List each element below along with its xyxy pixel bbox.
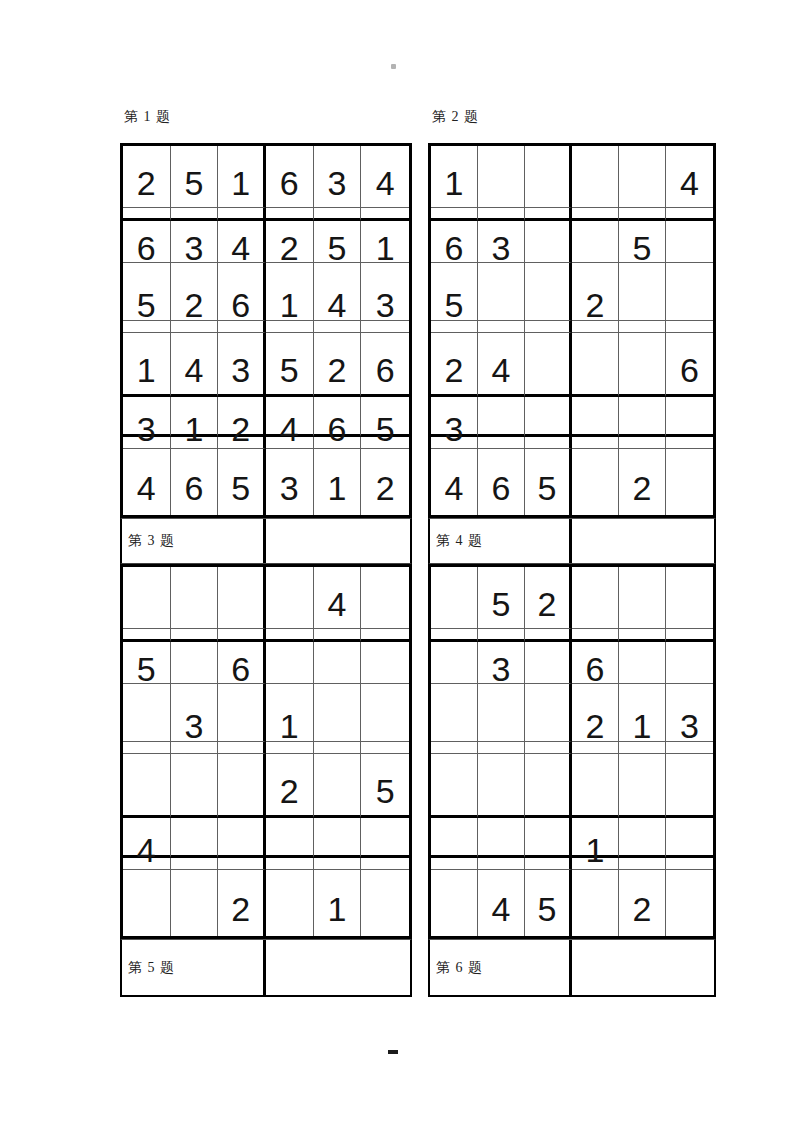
sudoku-cell: 5: [525, 870, 572, 936]
sudoku-cell: 3: [314, 146, 362, 208]
sudoku-cell: [619, 818, 666, 858]
sudoku-cell: [525, 146, 572, 208]
sudoku-cell: [361, 567, 409, 629]
cell-digit: 5: [137, 652, 156, 686]
sudoku-cell: 1: [266, 263, 314, 321]
cell-digit: 2: [231, 892, 250, 926]
sudoku-cell: 4: [123, 449, 171, 515]
spacer-cell: [218, 208, 266, 221]
sudoku-cell: [431, 684, 478, 742]
sudoku-cell: [572, 146, 619, 208]
sudoku-cell: [619, 397, 666, 437]
spacer-cell: [266, 858, 314, 870]
sudoku-cell: 4: [478, 333, 525, 397]
sudoku-cell: 5: [123, 263, 171, 321]
puzzle-2-label: 第 2 题: [432, 108, 716, 126]
spacer-cell: [619, 208, 666, 221]
puzzle-6-label: 第 6 题: [436, 959, 483, 977]
sudoku-cell: 3: [361, 263, 409, 321]
spacer-cell: [361, 629, 409, 642]
cell-digit: 4: [328, 587, 347, 621]
sudoku-cell: [525, 642, 572, 684]
cell-digit: 2: [538, 587, 557, 621]
spacer-cell: [666, 437, 713, 449]
sudoku-cell: [123, 754, 171, 818]
spacer-cell: [478, 321, 525, 333]
sudoku-cell: [666, 642, 713, 684]
sudoku-cell: 6: [431, 221, 478, 263]
sudoku-cell: 3: [171, 221, 219, 263]
cell-digit: 3: [137, 412, 156, 446]
spacer-cell: [171, 208, 219, 221]
spacer-cell: [431, 208, 478, 221]
spacer-cell: [314, 858, 362, 870]
sudoku-cell: [266, 567, 314, 629]
cell-digit: 5: [633, 231, 652, 265]
sudoku-cell: [478, 684, 525, 742]
sudoku-cell: [572, 754, 619, 818]
sudoku-cell: [619, 146, 666, 208]
spacer-cell: [266, 208, 314, 221]
cell-digit: 6: [137, 231, 156, 265]
sudoku-cell: [314, 754, 362, 818]
puzzle-1-label: 第 1 题: [124, 108, 412, 126]
spacer-cell: [619, 437, 666, 449]
sudoku-board-3: 4563125421: [120, 564, 412, 939]
cell-digit: 1: [231, 166, 250, 200]
cell-digit: 3: [185, 231, 204, 265]
sudoku-cell: 6: [218, 263, 266, 321]
cell-digit: 2: [137, 166, 156, 200]
cell-digit: 4: [185, 353, 204, 387]
sudoku-cell: [314, 818, 362, 858]
sudoku-cell: [525, 333, 572, 397]
sudoku-cell: 1: [619, 684, 666, 742]
cell-digit: 6: [586, 652, 605, 686]
spacer-cell: [525, 858, 572, 870]
sudoku-cell: 3: [478, 221, 525, 263]
puzzle-3-label-box: 第 3 题: [120, 518, 412, 564]
puzzle-5-label-box: 第 5 题: [120, 939, 412, 997]
puzzle-4-label: 第 4 题: [436, 532, 483, 550]
spacer-cell: [525, 321, 572, 333]
cell-digit: 6: [445, 231, 464, 265]
sudoku-cell: [123, 870, 171, 936]
sudoku-cell: [361, 870, 409, 936]
cell-digit: 1: [376, 231, 395, 265]
sudoku-cell: 6: [218, 642, 266, 684]
sudoku-cell: 2: [218, 397, 266, 437]
spacer-cell: [431, 858, 478, 870]
sudoku-cell: 5: [361, 754, 409, 818]
sudoku-cell: 4: [666, 146, 713, 208]
sudoku-cell: 2: [619, 870, 666, 936]
cell-digit: 2: [633, 471, 652, 505]
sudoku-cell: [218, 567, 266, 629]
sudoku-cell: [619, 263, 666, 321]
sudoku-cell: [666, 397, 713, 437]
puzzle-4-label-box-right: [572, 519, 714, 563]
sudoku-cell: 2: [572, 684, 619, 742]
sudoku-cell: 2: [525, 567, 572, 629]
sudoku-cell: 1: [314, 870, 362, 936]
spacer-cell: [619, 629, 666, 642]
cell-digit: 2: [376, 471, 395, 505]
sudoku-cell: 6: [478, 449, 525, 515]
cell-digit: 1: [328, 471, 347, 505]
cell-digit: 1: [445, 166, 464, 200]
cell-digit: 5: [538, 471, 557, 505]
sudoku-cell: 5: [266, 333, 314, 397]
cell-digit: 3: [680, 709, 699, 743]
sudoku-cell: [171, 818, 219, 858]
sudoku-cell: 6: [666, 333, 713, 397]
sudoku-cell: 5: [361, 397, 409, 437]
spacer-cell: [218, 629, 266, 642]
puzzle-4-label-box: 第 4 题: [428, 518, 716, 564]
sudoku-cell: [123, 684, 171, 742]
left-column: 第 1 题 2516346342515261431435263124654653…: [120, 108, 412, 997]
spacer-cell: [361, 208, 409, 221]
sudoku-cell: [525, 263, 572, 321]
sudoku-cell: [478, 397, 525, 437]
sudoku-cell: [666, 449, 713, 515]
cell-digit: 5: [445, 288, 464, 322]
sudoku-cell: 4: [431, 449, 478, 515]
sudoku-cell: 3: [218, 333, 266, 397]
sudoku-cell: 3: [666, 684, 713, 742]
cell-digit: 5: [185, 166, 204, 200]
sudoku-cell: 3: [266, 449, 314, 515]
cell-digit: 3: [492, 652, 511, 686]
puzzle-6-label-cell: 第 6 题: [430, 940, 572, 995]
cell-digit: 5: [280, 353, 299, 387]
page-artifact-dot: [391, 64, 396, 69]
sudoku-cell: [431, 870, 478, 936]
cell-digit: 5: [328, 231, 347, 265]
sudoku-cell: 3: [478, 642, 525, 684]
sudoku-cell: [478, 818, 525, 858]
cell-digit: 4: [492, 892, 511, 926]
sudoku-cell: [314, 642, 362, 684]
spacer-cell: [218, 742, 266, 754]
sudoku-cell: 4: [314, 263, 362, 321]
sudoku-cell: 1: [266, 684, 314, 742]
spacer-cell: [361, 858, 409, 870]
spacer-cell: [123, 742, 171, 754]
sudoku-board-2: 146355224634652: [428, 143, 716, 518]
sudoku-cell: [572, 449, 619, 515]
cell-digit: 5: [492, 587, 511, 621]
cell-digit: 6: [280, 166, 299, 200]
sudoku-cell: [619, 642, 666, 684]
spacer-cell: [478, 858, 525, 870]
sudoku-cell: [123, 567, 171, 629]
sudoku-cell: [171, 642, 219, 684]
sudoku-cell: [218, 818, 266, 858]
cell-digit: 3: [328, 166, 347, 200]
sudoku-cell: [266, 818, 314, 858]
sudoku-cell: 5: [525, 449, 572, 515]
sudoku-cell: 5: [218, 449, 266, 515]
sudoku-cell: 4: [478, 870, 525, 936]
spacer-cell: [314, 629, 362, 642]
sudoku-cell: [431, 567, 478, 629]
sudoku-cell: 3: [431, 397, 478, 437]
cell-digit: 2: [280, 231, 299, 265]
sudoku-cell: 3: [123, 397, 171, 437]
sudoku-cell: [572, 333, 619, 397]
sudoku-cell: [525, 754, 572, 818]
cell-digit: 4: [492, 353, 511, 387]
puzzle-3-label-cell: 第 3 题: [122, 519, 266, 563]
spacer-cell: [525, 629, 572, 642]
sudoku-cell: 4: [266, 397, 314, 437]
spacer-cell: [666, 208, 713, 221]
sudoku-cell: [171, 754, 219, 818]
sudoku-cell: [666, 818, 713, 858]
spacer-cell: [619, 858, 666, 870]
cell-digit: 2: [633, 892, 652, 926]
sudoku-cell: 2: [572, 263, 619, 321]
cell-digit: 4: [231, 231, 250, 265]
sudoku-cell: 6: [572, 642, 619, 684]
sudoku-board-1: 251634634251526143143526312465465312: [120, 143, 412, 518]
puzzle-5-label-cell: 第 5 题: [122, 940, 266, 995]
sudoku-cell: 2: [361, 449, 409, 515]
sudoku-cell: 4: [314, 567, 362, 629]
cell-digit: 3: [280, 471, 299, 505]
cell-digit: 3: [185, 709, 204, 743]
spacer-cell: [525, 742, 572, 754]
sudoku-cell: 2: [218, 870, 266, 936]
cell-digit: 2: [280, 774, 299, 808]
sudoku-cell: 2: [619, 449, 666, 515]
sudoku-cell: [666, 567, 713, 629]
puzzle-5-label-box-right: [266, 940, 410, 995]
puzzle-3-label-box-right: [266, 519, 410, 563]
cell-digit: 6: [231, 652, 250, 686]
sudoku-cell: [171, 567, 219, 629]
sudoku-cell: [572, 870, 619, 936]
cell-digit: 2: [328, 353, 347, 387]
sudoku-cell: [572, 221, 619, 263]
cell-digit: 6: [680, 353, 699, 387]
puzzle-6-label-box-right: [572, 940, 714, 995]
cell-digit: 4: [328, 288, 347, 322]
spacer-cell: [266, 629, 314, 642]
spacer-cell: [314, 742, 362, 754]
sudoku-cell: [218, 754, 266, 818]
sudoku-cell: 5: [123, 642, 171, 684]
sudoku-cell: 2: [171, 263, 219, 321]
cell-digit: 2: [586, 288, 605, 322]
cell-digit: 1: [280, 288, 299, 322]
cell-digit: 1: [185, 412, 204, 446]
spacer-cell: [218, 858, 266, 870]
sudoku-cell: [218, 684, 266, 742]
cell-digit: 5: [538, 892, 557, 926]
spacer-cell: [525, 437, 572, 449]
sudoku-cell: [666, 221, 713, 263]
spacer-cell: [666, 858, 713, 870]
sudoku-cell: 2: [431, 333, 478, 397]
spacer-cell: [431, 629, 478, 642]
cell-digit: 4: [376, 166, 395, 200]
spacer-cell: [572, 629, 619, 642]
spacer-cell: [361, 742, 409, 754]
cell-digit: 3: [445, 412, 464, 446]
sudoku-cell: [525, 684, 572, 742]
sudoku-cell: 5: [619, 221, 666, 263]
cell-digit: 4: [680, 166, 699, 200]
cell-digit: 1: [633, 709, 652, 743]
spacer-cell: [431, 742, 478, 754]
cell-digit: 4: [445, 471, 464, 505]
sudoku-board-4: 52362131452: [428, 564, 716, 939]
spacer-cell: [123, 208, 171, 221]
sudoku-cell: [666, 870, 713, 936]
cell-digit: 1: [280, 709, 299, 743]
sudoku-cell: 1: [314, 449, 362, 515]
sudoku-cell: [361, 818, 409, 858]
sudoku-cell: [171, 870, 219, 936]
cell-digit: 4: [137, 471, 156, 505]
sudoku-cell: 5: [478, 567, 525, 629]
sudoku-cell: [525, 221, 572, 263]
sudoku-cell: [266, 870, 314, 936]
puzzle-3-label: 第 3 题: [128, 532, 175, 550]
sudoku-cell: [619, 754, 666, 818]
sudoku-cell: [266, 642, 314, 684]
cell-digit: 6: [492, 471, 511, 505]
sudoku-cell: 1: [171, 397, 219, 437]
spacer-cell: [314, 208, 362, 221]
cell-digit: 6: [328, 412, 347, 446]
sudoku-cell: 1: [431, 146, 478, 208]
cell-digit: 6: [376, 353, 395, 387]
spacer-cell: [478, 208, 525, 221]
sudoku-cell: 4: [218, 221, 266, 263]
puzzle-6-label-box: 第 6 题: [428, 939, 716, 997]
sudoku-cell: [572, 567, 619, 629]
cell-digit: 2: [445, 353, 464, 387]
sudoku-cell: [314, 684, 362, 742]
sudoku-cell: 1: [572, 818, 619, 858]
spacer-cell: [525, 208, 572, 221]
cell-digit: 6: [185, 471, 204, 505]
sudoku-cell: 5: [314, 221, 362, 263]
sudoku-cell: 4: [123, 818, 171, 858]
sudoku-cell: 5: [431, 263, 478, 321]
cell-digit: 5: [376, 774, 395, 808]
sudoku-cell: [431, 754, 478, 818]
sudoku-cell: 3: [171, 684, 219, 742]
cell-digit: 2: [185, 288, 204, 322]
cell-digit: 4: [280, 412, 299, 446]
spacer-cell: [171, 858, 219, 870]
sudoku-cell: [431, 818, 478, 858]
sudoku-cell: 4: [361, 146, 409, 208]
cell-digit: 2: [231, 412, 250, 446]
sudoku-cell: 2: [266, 754, 314, 818]
sudoku-cell: 6: [266, 146, 314, 208]
cell-digit: 1: [328, 892, 347, 926]
sudoku-cell: [572, 397, 619, 437]
spacer-cell: [572, 208, 619, 221]
spacer-cell: [171, 629, 219, 642]
cell-digit: 2: [586, 709, 605, 743]
sudoku-cell: [666, 263, 713, 321]
sudoku-cell: [478, 263, 525, 321]
sudoku-cell: 6: [171, 449, 219, 515]
cell-digit: 3: [376, 288, 395, 322]
sudoku-cell: [478, 146, 525, 208]
puzzle-4-label-cell: 第 4 题: [430, 519, 572, 563]
spacer-cell: [478, 629, 525, 642]
puzzle-5-label: 第 5 题: [128, 959, 175, 977]
sudoku-cell: 1: [361, 221, 409, 263]
spacer-cell: [123, 629, 171, 642]
cell-digit: 3: [231, 353, 250, 387]
spacer-cell: [619, 321, 666, 333]
cell-digit: 5: [231, 471, 250, 505]
sudoku-cell: 5: [171, 146, 219, 208]
sudoku-cell: 4: [171, 333, 219, 397]
cell-digit: 5: [376, 412, 395, 446]
spacer-cell: [666, 629, 713, 642]
sudoku-cell: 2: [123, 146, 171, 208]
cell-digit: 4: [137, 833, 156, 867]
cell-digit: 3: [492, 231, 511, 265]
sudoku-cell: [478, 754, 525, 818]
sudoku-cell: [361, 684, 409, 742]
spacer-cell: [666, 321, 713, 333]
page-artifact-dash: [388, 1050, 398, 1054]
sudoku-cell: 2: [314, 333, 362, 397]
sudoku-cell: [666, 754, 713, 818]
sudoku-cell: [361, 642, 409, 684]
sudoku-cell: [619, 567, 666, 629]
spacer-cell: [572, 437, 619, 449]
sudoku-cell: [619, 333, 666, 397]
cell-digit: 5: [137, 288, 156, 322]
right-column: 第 2 题 146355224634652 第 4 题 52362131452 …: [428, 108, 716, 997]
sudoku-cell: 6: [314, 397, 362, 437]
sudoku-cell: 1: [123, 333, 171, 397]
sudoku-cell: 1: [218, 146, 266, 208]
cell-digit: 1: [586, 833, 605, 867]
spacer-cell: [478, 437, 525, 449]
cell-digit: 1: [137, 353, 156, 387]
sudoku-cell: 6: [123, 221, 171, 263]
sudoku-cell: [525, 818, 572, 858]
sudoku-cell: [525, 397, 572, 437]
sudoku-cell: [431, 642, 478, 684]
spacer-cell: [478, 742, 525, 754]
cell-digit: 6: [231, 288, 250, 322]
sudoku-cell: 6: [361, 333, 409, 397]
sudoku-cell: 2: [266, 221, 314, 263]
